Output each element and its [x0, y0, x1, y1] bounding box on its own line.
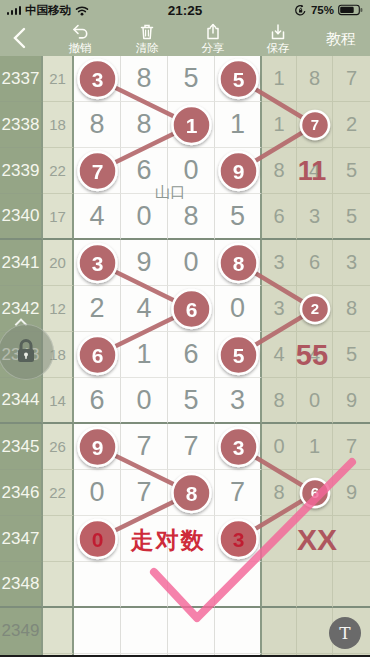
aux-cell: 8: [297, 56, 333, 102]
digit-cell-value: 0: [136, 201, 151, 232]
digit-cell: [215, 516, 262, 562]
digit-cell: 8: [74, 102, 121, 148]
digit-cell: 0: [215, 286, 262, 332]
period-cell: 2345: [0, 424, 43, 470]
aux-cell-value: 7: [346, 67, 357, 90]
digit-cell-value: 6: [136, 155, 151, 186]
digit-cell: 5: [168, 56, 215, 102]
sum-cell-value: 18: [49, 116, 66, 133]
digit-cell-value: 0: [136, 385, 151, 416]
digit-cell-value: 0: [230, 293, 245, 324]
sum-cell-value: 22: [49, 162, 66, 179]
digit-cell: 0: [121, 194, 168, 240]
digit-cell: [121, 562, 168, 608]
digit-cell-value: 4: [136, 293, 151, 324]
save-icon: [268, 22, 288, 42]
aux-cell: 6: [262, 194, 297, 240]
text-tool-label: T: [339, 623, 350, 643]
sum-cell-value: 26: [49, 438, 66, 455]
aux-cell-value: 5: [346, 205, 357, 228]
digit-cell: 6: [168, 332, 215, 378]
sum-cell: 17: [43, 194, 74, 240]
period-cell-value: 2347: [2, 529, 40, 549]
sum-cell: 14: [43, 378, 74, 424]
aux-cell: 5: [333, 148, 370, 194]
back-button[interactable]: [8, 26, 34, 52]
aux-cell-value: 9: [346, 389, 357, 412]
digit-cell-value: 3: [89, 63, 104, 94]
aux-cell: 5: [333, 332, 370, 378]
digit-cell: 8: [168, 194, 215, 240]
period-cell: 2346: [0, 470, 43, 516]
sum-cell: 22: [43, 470, 74, 516]
aux-cell: [297, 516, 333, 562]
period-cell-value: 2341: [2, 253, 40, 273]
digit-cell: 0: [168, 148, 215, 194]
aux-cell-value: 2: [309, 297, 320, 320]
period-cell-value: 2349: [2, 621, 40, 641]
period-cell: 2344: [0, 378, 43, 424]
aux-cell: 5: [333, 194, 370, 240]
digit-cell-value: 7: [136, 477, 151, 508]
digit-cell: 4: [121, 286, 168, 332]
digit-cell-value: 3: [89, 247, 104, 278]
aux-cell: [262, 608, 297, 654]
period-cell: 2337: [0, 56, 43, 102]
digit-cell: 3: [74, 56, 121, 102]
save-label: 保存: [267, 42, 290, 54]
aux-cell: 1: [262, 56, 297, 102]
aux-cell: 3: [333, 240, 370, 286]
aux-cell-value: 0: [273, 435, 284, 458]
aux-cell: [333, 562, 370, 608]
digit-cell: [121, 516, 168, 562]
digit-cell-value: 8: [183, 201, 198, 232]
digit-cell: 0: [168, 240, 215, 286]
digit-cell: [168, 516, 215, 562]
aux-cell-value: 5: [346, 343, 357, 366]
aux-cell: 8: [333, 286, 370, 332]
digit-cell-value: 4: [89, 201, 104, 232]
lock-button[interactable]: [0, 324, 54, 380]
digit-cell-value: 6: [89, 339, 104, 370]
aux-cell-value: 6: [273, 205, 284, 228]
digit-cell-value: 9: [89, 431, 104, 462]
digit-cell-value: 7: [230, 477, 245, 508]
aux-cell: [297, 608, 333, 654]
aux-cell: 8: [262, 470, 297, 516]
digit-cell-value: 6: [89, 385, 104, 416]
app-screen: 中国移动 21:25 75%: [0, 0, 370, 657]
digit-cell-value: 8: [230, 247, 245, 278]
aux-cell: 1: [262, 102, 297, 148]
aux-cell-value: 3: [346, 251, 357, 274]
sum-cell-value: 12: [49, 300, 66, 317]
period-cell-value: 2344: [2, 390, 40, 410]
aux-cell-value: 1: [273, 113, 284, 136]
period-cell-value: 2339: [2, 161, 40, 181]
undo-button[interactable]: 撤销: [54, 22, 106, 54]
aux-cell-value: 8: [309, 67, 320, 90]
trash-icon: [137, 22, 157, 42]
digit-cell-value: 2: [89, 293, 104, 324]
digit-cell-value: 3: [230, 431, 245, 462]
aux-cell: 2: [297, 286, 333, 332]
sum-cell-value: 22: [49, 484, 66, 501]
aux-cell: 9: [333, 378, 370, 424]
sum-cell-value: 20: [49, 254, 66, 271]
aux-cell-value: 7: [346, 435, 357, 458]
toolbar: 撤销 清除 分享 保存: [0, 20, 370, 56]
undo-label: 撤销: [69, 42, 92, 54]
digit-cell: 7: [168, 424, 215, 470]
aux-cell: 6: [297, 470, 333, 516]
aux-cell: 7: [333, 56, 370, 102]
aux-cell-value: 9: [346, 481, 357, 504]
aux-cell: 1: [297, 424, 333, 470]
aux-cell-value: 4: [309, 343, 320, 366]
digit-cell-value: 8: [136, 63, 151, 94]
sum-cell: 22: [43, 148, 74, 194]
digit-cell-value: 1: [230, 109, 245, 140]
sum-cell: 21: [43, 56, 74, 102]
period-cell: 2348: [0, 562, 43, 608]
digit-cell: 6: [168, 286, 215, 332]
digit-cell: 6: [121, 148, 168, 194]
sum-cell: [43, 562, 74, 608]
digit-cell: 9: [215, 148, 262, 194]
digit-cell: 3: [215, 424, 262, 470]
digit-cell: [168, 562, 215, 608]
digit-cell-value: 8: [136, 109, 151, 140]
digit-cell-value: 5: [183, 63, 198, 94]
period-cell: 2338: [0, 102, 43, 148]
digit-cell-value: 5: [230, 201, 245, 232]
aux-cell-value: 3: [273, 251, 284, 274]
digit-cell-value: 7: [89, 155, 104, 186]
digit-cell-value: 0: [89, 477, 104, 508]
digit-cell: 3: [74, 240, 121, 286]
period-cell-value: 2337: [2, 69, 40, 89]
aux-cell: 4: [297, 332, 333, 378]
aux-cell-value: 1: [309, 435, 320, 458]
share-icon: [203, 22, 223, 42]
sum-cell-value: 21: [49, 70, 66, 87]
aux-cell: 3: [262, 240, 297, 286]
aux-cell: 6: [297, 240, 333, 286]
period-cell: 2340: [0, 194, 43, 240]
digit-cell: 9: [121, 240, 168, 286]
share-label: 分享: [202, 42, 225, 54]
period-cell: 2349: [0, 608, 43, 654]
digit-cell: 1: [215, 102, 262, 148]
digit-cell-value: 1: [183, 109, 198, 140]
undo-icon: [70, 22, 90, 42]
aux-cell-value: 6: [309, 481, 320, 504]
aux-cell-value: 3: [273, 297, 284, 320]
aux-cell: 7: [333, 424, 370, 470]
sum-cell-value: 17: [49, 208, 66, 225]
aux-cell-value: 8: [273, 389, 284, 412]
digit-cell: [121, 608, 168, 654]
period-cell-value: 2346: [2, 483, 40, 503]
period-cell: 2341: [0, 240, 43, 286]
digit-cell: 5: [215, 56, 262, 102]
aux-cell: [262, 562, 297, 608]
status-bar: 中国移动 21:25 75%: [0, 0, 370, 20]
aux-cell: [333, 516, 370, 562]
digit-cell-value: 6: [183, 293, 198, 324]
period-cell: 2347: [0, 516, 43, 562]
digit-cell: 7: [74, 148, 121, 194]
aux-cell-value: 5: [346, 159, 357, 182]
digit-cell: 9: [74, 424, 121, 470]
digit-cell: 7: [121, 470, 168, 516]
digit-cell-value: 6: [183, 339, 198, 370]
digit-cell: 6: [74, 332, 121, 378]
chevron-left-icon: [10, 26, 32, 50]
digit-cell-value: 1: [136, 339, 151, 370]
digit-cell: [168, 608, 215, 654]
aux-cell-value: 8: [346, 297, 357, 320]
digit-cell: 5: [215, 332, 262, 378]
aux-cell: 4: [262, 332, 297, 378]
period-cell-value: 2348: [2, 574, 40, 594]
aux-cell-value: 4: [273, 343, 284, 366]
aux-cell: 8: [262, 148, 297, 194]
save-button[interactable]: 保存: [252, 22, 304, 54]
aux-cell: 3: [262, 286, 297, 332]
digit-cell: 1: [121, 332, 168, 378]
digit-cell: [74, 516, 121, 562]
aux-cell-value: 4: [309, 159, 320, 182]
aux-cell-value: 0: [309, 389, 320, 412]
digit-cell-value: 5: [230, 339, 245, 370]
lock-icon: [11, 336, 41, 368]
digit-cell: 8: [215, 240, 262, 286]
digit-cell: [215, 562, 262, 608]
digit-cell-value: 8: [89, 109, 104, 140]
digit-cell: 7: [121, 424, 168, 470]
aux-cell: 0: [297, 378, 333, 424]
tutorial-button[interactable]: 教程: [320, 29, 362, 50]
digit-cell: [74, 562, 121, 608]
aux-cell: [262, 516, 297, 562]
digit-cell: 4: [74, 194, 121, 240]
digit-cell-value: 5: [230, 63, 245, 94]
aux-cell-value: 1: [273, 67, 284, 90]
period-cell-value: 2342: [2, 299, 40, 319]
period-cell-value: 2345: [2, 437, 40, 457]
digit-cell: 3: [215, 378, 262, 424]
digit-cell-value: 9: [136, 247, 151, 278]
digit-cell: [74, 608, 121, 654]
aux-cell: 8: [262, 378, 297, 424]
digit-cell: 6: [74, 378, 121, 424]
digit-cell: 7: [215, 470, 262, 516]
digit-cell: 5: [168, 378, 215, 424]
aux-cell-value: 8: [273, 159, 284, 182]
aux-cell-value: 7: [309, 113, 320, 136]
trend-chart-canvas[interactable]: 2337213855187233818881117223392276098452…: [0, 56, 370, 657]
share-button[interactable]: 分享: [187, 22, 239, 54]
sum-cell: 20: [43, 240, 74, 286]
trend-grid: 2337213855187233818881117223392276098452…: [0, 56, 370, 657]
aux-cell: 9: [333, 470, 370, 516]
digit-cell-value: 9: [230, 155, 245, 186]
sum-cell: 26: [43, 424, 74, 470]
clear-button[interactable]: 清除: [121, 22, 173, 54]
digit-cell-value: 7: [136, 431, 151, 462]
clear-label: 清除: [136, 42, 159, 54]
digit-cell: 8: [168, 470, 215, 516]
sum-cell: [43, 608, 74, 654]
aux-cell: 4: [297, 148, 333, 194]
digit-cell-value: 5: [183, 385, 198, 416]
digit-cell-value: 0: [183, 247, 198, 278]
digit-cell-value: 8: [183, 477, 198, 508]
sum-cell: 12: [43, 286, 74, 332]
digit-cell-value: 3: [230, 385, 245, 416]
aux-cell: 2: [333, 102, 370, 148]
sum-cell: [43, 516, 74, 562]
aux-cell: [297, 562, 333, 608]
period-cell-value: 2340: [2, 206, 40, 226]
clock: 21:25: [0, 3, 370, 18]
digit-cell: 8: [121, 102, 168, 148]
digit-cell: 1: [168, 102, 215, 148]
sum-cell-value: 14: [49, 392, 66, 409]
aux-cell-value: 8: [273, 481, 284, 504]
digit-cell: 0: [121, 378, 168, 424]
aux-cell-value: 3: [309, 205, 320, 228]
digit-cell-value: 7: [183, 431, 198, 462]
digit-cell: 5: [215, 194, 262, 240]
period-cell-value: 2338: [2, 115, 40, 135]
digit-cell: 8: [121, 56, 168, 102]
aux-cell: 3: [297, 194, 333, 240]
period-cell: 2339: [0, 148, 43, 194]
aux-cell-value: 2: [346, 113, 357, 136]
digit-cell: [215, 608, 262, 654]
aux-cell: 7: [297, 102, 333, 148]
sum-cell: 18: [43, 102, 74, 148]
digit-cell: 0: [74, 470, 121, 516]
digit-cell-value: 0: [183, 155, 198, 186]
text-tool-button[interactable]: T: [329, 617, 361, 649]
aux-cell-value: 6: [309, 251, 320, 274]
aux-cell: 0: [262, 424, 297, 470]
digit-cell: 2: [74, 286, 121, 332]
